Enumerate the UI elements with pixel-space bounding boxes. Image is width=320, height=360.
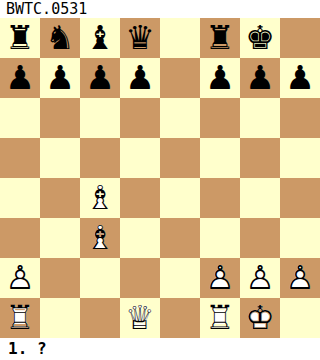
white-queen: ♛♕ [120, 298, 160, 338]
square-f2[interactable]: ♟♙ [200, 258, 240, 298]
square-b2[interactable] [40, 258, 80, 298]
black-pawn: ♟ [200, 58, 240, 98]
white-king: ♚♔ [240, 298, 280, 338]
black-queen: ♛ [120, 18, 160, 58]
white-bishop: ♝♗ [80, 178, 120, 218]
square-a3[interactable] [0, 218, 40, 258]
square-d3[interactable] [120, 218, 160, 258]
white-pawn: ♟♙ [200, 258, 240, 298]
square-a1[interactable]: ♜♖ [0, 298, 40, 338]
square-d5[interactable] [120, 138, 160, 178]
square-a8[interactable]: ♜ [0, 18, 40, 58]
black-pawn: ♟ [280, 58, 320, 98]
square-f1[interactable]: ♜♖ [200, 298, 240, 338]
piece-outline: ♙ [240, 258, 280, 298]
square-e1[interactable] [160, 298, 200, 338]
black-rook: ♜ [200, 18, 240, 58]
square-d6[interactable] [120, 98, 160, 138]
square-c6[interactable] [80, 98, 120, 138]
chess-board: ♜♞♝♛♜♚♟♟♟♟♟♟♟♝♗♝♗♟♙♟♙♟♙♟♙♜♖♛♕♜♖♚♔ [0, 18, 320, 338]
white-pawn: ♟♙ [280, 258, 320, 298]
white-pawn: ♟♙ [240, 258, 280, 298]
square-f6[interactable] [200, 98, 240, 138]
square-a2[interactable]: ♟♙ [0, 258, 40, 298]
square-h1[interactable] [280, 298, 320, 338]
square-g2[interactable]: ♟♙ [240, 258, 280, 298]
piece-outline: ♙ [0, 258, 40, 298]
square-c4[interactable]: ♝♗ [80, 178, 120, 218]
square-d4[interactable] [120, 178, 160, 218]
square-h8[interactable] [280, 18, 320, 58]
square-g3[interactable] [240, 218, 280, 258]
square-c2[interactable] [80, 258, 120, 298]
square-d8[interactable]: ♛ [120, 18, 160, 58]
square-g6[interactable] [240, 98, 280, 138]
piece-outline: ♙ [200, 258, 240, 298]
square-g7[interactable]: ♟ [240, 58, 280, 98]
square-a4[interactable] [0, 178, 40, 218]
square-h2[interactable]: ♟♙ [280, 258, 320, 298]
square-b1[interactable] [40, 298, 80, 338]
piece-outline: ♖ [200, 298, 240, 338]
white-rook: ♜♖ [0, 298, 40, 338]
black-knight: ♞ [40, 18, 80, 58]
black-rook: ♜ [0, 18, 40, 58]
square-b4[interactable] [40, 178, 80, 218]
square-a5[interactable] [0, 138, 40, 178]
square-a6[interactable] [0, 98, 40, 138]
black-pawn: ♟ [40, 58, 80, 98]
piece-outline: ♔ [240, 298, 280, 338]
square-h7[interactable]: ♟ [280, 58, 320, 98]
square-b7[interactable]: ♟ [40, 58, 80, 98]
black-pawn: ♟ [0, 58, 40, 98]
square-d1[interactable]: ♛♕ [120, 298, 160, 338]
square-f8[interactable]: ♜ [200, 18, 240, 58]
diagram-title: BWTC.0531 [0, 0, 320, 18]
square-e6[interactable] [160, 98, 200, 138]
square-d7[interactable]: ♟ [120, 58, 160, 98]
move-prompt: 1. ? [0, 338, 320, 360]
square-f4[interactable] [200, 178, 240, 218]
square-b3[interactable] [40, 218, 80, 258]
square-h5[interactable] [280, 138, 320, 178]
piece-outline: ♖ [0, 298, 40, 338]
piece-outline: ♗ [80, 218, 120, 258]
white-pawn: ♟♙ [0, 258, 40, 298]
square-b6[interactable] [40, 98, 80, 138]
square-e7[interactable] [160, 58, 200, 98]
black-bishop: ♝ [80, 18, 120, 58]
square-a7[interactable]: ♟ [0, 58, 40, 98]
square-g4[interactable] [240, 178, 280, 218]
black-pawn: ♟ [80, 58, 120, 98]
square-e2[interactable] [160, 258, 200, 298]
square-f5[interactable] [200, 138, 240, 178]
white-bishop: ♝♗ [80, 218, 120, 258]
square-b5[interactable] [40, 138, 80, 178]
square-f7[interactable]: ♟ [200, 58, 240, 98]
square-e3[interactable] [160, 218, 200, 258]
square-g8[interactable]: ♚ [240, 18, 280, 58]
square-e4[interactable] [160, 178, 200, 218]
square-h6[interactable] [280, 98, 320, 138]
square-c7[interactable]: ♟ [80, 58, 120, 98]
black-pawn: ♟ [240, 58, 280, 98]
piece-outline: ♗ [80, 178, 120, 218]
square-c5[interactable] [80, 138, 120, 178]
square-c1[interactable] [80, 298, 120, 338]
square-d2[interactable] [120, 258, 160, 298]
piece-outline: ♕ [120, 298, 160, 338]
square-f3[interactable] [200, 218, 240, 258]
square-h4[interactable] [280, 178, 320, 218]
square-c8[interactable]: ♝ [80, 18, 120, 58]
piece-outline: ♙ [280, 258, 320, 298]
black-pawn: ♟ [120, 58, 160, 98]
white-rook: ♜♖ [200, 298, 240, 338]
square-h3[interactable] [280, 218, 320, 258]
square-e8[interactable] [160, 18, 200, 58]
square-g1[interactable]: ♚♔ [240, 298, 280, 338]
square-b8[interactable]: ♞ [40, 18, 80, 58]
square-c3[interactable]: ♝♗ [80, 218, 120, 258]
black-king: ♚ [240, 18, 280, 58]
square-g5[interactable] [240, 138, 280, 178]
square-e5[interactable] [160, 138, 200, 178]
